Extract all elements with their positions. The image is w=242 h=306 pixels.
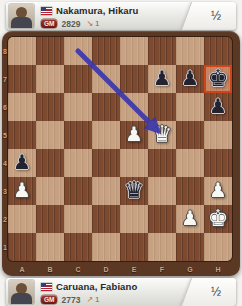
us-flag-icon [41, 283, 52, 291]
square-b3[interactable] [36, 177, 64, 205]
square-c2[interactable] [64, 205, 92, 233]
square-a2[interactable] [8, 205, 36, 233]
file-label-f: F [148, 264, 176, 275]
piece-black-pawn-g7[interactable]: ♟ [176, 65, 204, 93]
square-f3[interactable] [148, 177, 176, 205]
square-b7[interactable] [36, 65, 64, 93]
square-e6[interactable] [120, 93, 148, 121]
board-frame: 87654321 ABCDEFGH ♟♟♚♟♟♛♟♟♛♟♟♚ [2, 31, 240, 276]
piece-white-pawn-a3[interactable]: ♟ [8, 177, 36, 205]
rating-change-value-top: 1 [95, 19, 99, 28]
square-b5[interactable] [36, 121, 64, 149]
square-e8[interactable] [120, 37, 148, 65]
square-f4[interactable] [148, 149, 176, 177]
square-a3[interactable]: ♟ [8, 177, 36, 205]
piece-black-king-h7[interactable]: ♚ [204, 65, 232, 93]
piece-black-pawn-f7[interactable]: ♟ [148, 65, 176, 93]
square-h8[interactable] [204, 37, 232, 65]
square-c8[interactable] [64, 37, 92, 65]
piece-white-king-h2[interactable]: ♚ [204, 205, 232, 233]
file-labels: ABCDEFGH [8, 264, 232, 275]
piece-black-pawn-h6[interactable]: ♟ [204, 93, 232, 121]
square-g2[interactable]: ♟ [176, 205, 204, 233]
player-name-bottom: Caruana, Fabiano [56, 281, 137, 292]
piece-white-pawn-e5[interactable]: ♟ [120, 121, 148, 149]
square-d6[interactable] [92, 93, 120, 121]
square-f8[interactable] [148, 37, 176, 65]
square-a5[interactable] [8, 121, 36, 149]
square-e5[interactable]: ♟ [120, 121, 148, 149]
square-a6[interactable] [8, 93, 36, 121]
square-f5[interactable]: ♛ [148, 121, 176, 149]
square-e7[interactable] [120, 65, 148, 93]
piece-white-pawn-h3[interactable]: ♟ [204, 177, 232, 205]
square-f6[interactable] [148, 93, 176, 121]
square-a7[interactable] [8, 65, 36, 93]
piece-black-queen-e3[interactable]: ♛ [120, 177, 148, 205]
file-label-c: C [64, 264, 92, 275]
file-label-h: H [204, 264, 232, 275]
player-name-top: Nakamura, Hikaru [56, 5, 138, 16]
file-label-b: B [36, 264, 64, 275]
square-a8[interactable] [8, 37, 36, 65]
player-avatar-bottom [9, 280, 34, 304]
square-g4[interactable] [176, 149, 204, 177]
player-info-top: Nakamura, Hikaru GM 2829 ↘ 1 [41, 4, 138, 29]
square-g5[interactable] [176, 121, 204, 149]
player-rating-bottom: 2773 [61, 295, 80, 305]
square-d7[interactable] [92, 65, 120, 93]
square-d4[interactable] [92, 149, 120, 177]
square-h6[interactable]: ♟ [204, 93, 232, 121]
square-d3[interactable] [92, 177, 120, 205]
file-label-d: D [92, 264, 120, 275]
player-info-bottom: Caruana, Fabiano GM 2773 ↗ 1 [41, 280, 137, 305]
square-d1[interactable] [92, 233, 120, 261]
square-g6[interactable] [176, 93, 204, 121]
square-d2[interactable] [92, 205, 120, 233]
square-e3[interactable]: ♛ [120, 177, 148, 205]
file-label-g: G [176, 264, 204, 275]
rating-down-icon: ↘ [86, 19, 93, 28]
square-c1[interactable] [64, 233, 92, 261]
square-c4[interactable] [64, 149, 92, 177]
square-g1[interactable] [176, 233, 204, 261]
square-h4[interactable] [204, 149, 232, 177]
player-bar-top[interactable]: Nakamura, Hikaru GM 2829 ↘ 1 ½ [6, 2, 236, 30]
player-avatar-top [9, 4, 34, 28]
square-c3[interactable] [64, 177, 92, 205]
square-e4[interactable] [120, 149, 148, 177]
score-wedge-top [181, 2, 236, 30]
player-rating-top: 2829 [61, 19, 80, 29]
file-label-a: A [8, 264, 36, 275]
square-h2[interactable]: ♚ [204, 205, 232, 233]
gm-title-badge: GM [41, 295, 57, 304]
square-f7[interactable]: ♟ [148, 65, 176, 93]
square-b8[interactable] [36, 37, 64, 65]
square-b4[interactable] [36, 149, 64, 177]
file-label-e: E [120, 264, 148, 275]
rating-up-icon: ↗ [86, 295, 93, 304]
square-f1[interactable] [148, 233, 176, 261]
square-g8[interactable] [176, 37, 204, 65]
us-flag-icon [41, 7, 52, 15]
rating-change-value-bottom: 1 [95, 295, 99, 304]
player-bar-bottom[interactable]: Caruana, Fabiano GM 2773 ↗ 1 ½ [6, 278, 236, 306]
square-d8[interactable] [92, 37, 120, 65]
square-b1[interactable] [36, 233, 64, 261]
square-g3[interactable] [176, 177, 204, 205]
square-e1[interactable] [120, 233, 148, 261]
piece-white-pawn-g2[interactable]: ♟ [176, 205, 204, 233]
square-d5[interactable] [92, 121, 120, 149]
square-b2[interactable] [36, 205, 64, 233]
square-a1[interactable] [8, 233, 36, 261]
square-a4[interactable]: ♟ [8, 149, 36, 177]
board-squares[interactable]: ♟♟♚♟♟♛♟♟♛♟♟♚ [8, 37, 232, 261]
square-c6[interactable] [64, 93, 92, 121]
gm-title-badge: GM [41, 19, 57, 28]
player-score-top: ½ [211, 9, 221, 23]
piece-white-queen-f5[interactable]: ♛ [148, 121, 176, 149]
square-c7[interactable] [64, 65, 92, 93]
piece-black-pawn-a4[interactable]: ♟ [8, 149, 36, 177]
score-wedge-bottom [181, 278, 236, 306]
square-h3[interactable]: ♟ [204, 177, 232, 205]
square-f2[interactable] [148, 205, 176, 233]
player-score-bottom: ½ [211, 285, 221, 299]
square-h1[interactable] [204, 233, 232, 261]
square-b6[interactable] [36, 93, 64, 121]
square-h5[interactable] [204, 121, 232, 149]
square-e2[interactable] [120, 205, 148, 233]
square-c5[interactable] [64, 121, 92, 149]
square-h7[interactable]: ♚ [204, 65, 232, 93]
square-g7[interactable]: ♟ [176, 65, 204, 93]
